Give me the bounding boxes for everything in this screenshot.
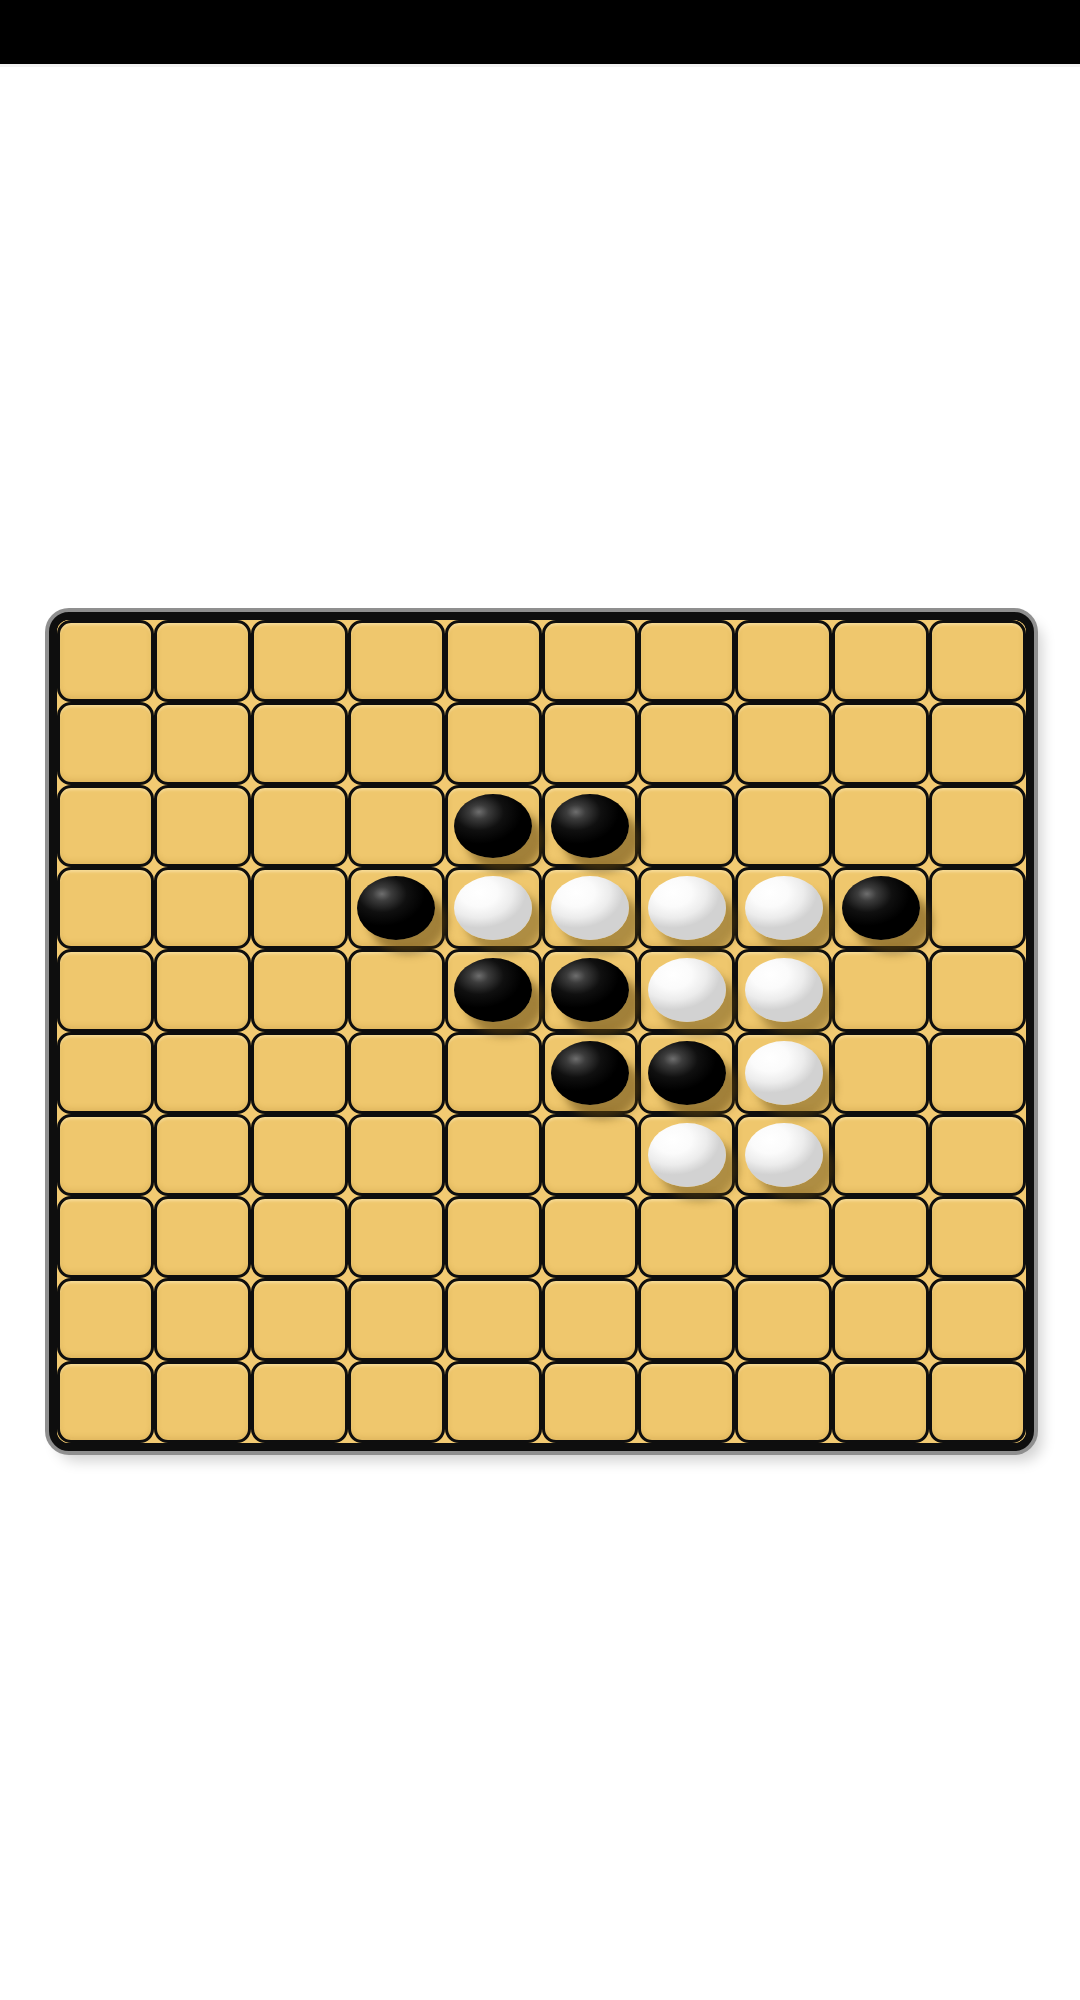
black-stone xyxy=(648,1041,726,1105)
board-cell[interactable] xyxy=(638,620,735,702)
black-stone xyxy=(454,794,532,858)
board-cell[interactable] xyxy=(445,1278,542,1360)
board-cell[interactable] xyxy=(154,620,251,702)
board-cell[interactable] xyxy=(251,1114,348,1196)
board-cell[interactable] xyxy=(57,949,154,1031)
board-cell[interactable] xyxy=(445,1196,542,1278)
board-cell[interactable] xyxy=(638,785,735,867)
board-cell[interactable] xyxy=(929,702,1026,784)
board-cell[interactable] xyxy=(348,1114,445,1196)
white-stone xyxy=(454,876,532,940)
board-cell[interactable] xyxy=(542,1114,639,1196)
board-cell[interactable] xyxy=(735,1278,832,1360)
board-cell[interactable] xyxy=(154,949,251,1031)
board-cell[interactable] xyxy=(57,867,154,949)
board-cell[interactable] xyxy=(445,949,542,1031)
board-cell[interactable] xyxy=(445,867,542,949)
board-cell[interactable] xyxy=(542,785,639,867)
board-cell[interactable] xyxy=(832,1361,929,1443)
board-cell[interactable] xyxy=(832,1196,929,1278)
board-cell[interactable] xyxy=(542,702,639,784)
game-board xyxy=(49,612,1034,1451)
white-stone xyxy=(648,876,726,940)
board-cell[interactable] xyxy=(832,1032,929,1114)
board-cell[interactable] xyxy=(251,867,348,949)
board-cell[interactable] xyxy=(832,1278,929,1360)
board-cell[interactable] xyxy=(251,785,348,867)
board-cell[interactable] xyxy=(348,785,445,867)
board-cell[interactable] xyxy=(638,949,735,1031)
board-cell[interactable] xyxy=(57,785,154,867)
board-cell[interactable] xyxy=(929,1361,1026,1443)
board-cell[interactable] xyxy=(832,620,929,702)
board-cell[interactable] xyxy=(251,702,348,784)
board-cell[interactable] xyxy=(542,1361,639,1443)
board-cell[interactable] xyxy=(57,1361,154,1443)
board-cell[interactable] xyxy=(638,1361,735,1443)
board-cell[interactable] xyxy=(348,620,445,702)
board-cell[interactable] xyxy=(832,785,929,867)
board-cell[interactable] xyxy=(348,1032,445,1114)
board-cell[interactable] xyxy=(445,702,542,784)
board-cell[interactable] xyxy=(445,1114,542,1196)
board-cell[interactable] xyxy=(735,867,832,949)
board-cell[interactable] xyxy=(929,867,1026,949)
white-stone xyxy=(648,1123,726,1187)
board-cell[interactable] xyxy=(445,1361,542,1443)
board-cell[interactable] xyxy=(154,867,251,949)
board-cell[interactable] xyxy=(832,1114,929,1196)
board-cell[interactable] xyxy=(57,1114,154,1196)
board-cell[interactable] xyxy=(542,867,639,949)
board-cell[interactable] xyxy=(638,1114,735,1196)
board-cell[interactable] xyxy=(929,1032,1026,1114)
black-stone xyxy=(357,876,435,940)
board-cell[interactable] xyxy=(154,1196,251,1278)
board-cell[interactable] xyxy=(154,1278,251,1360)
board-cell[interactable] xyxy=(638,1278,735,1360)
board-cell[interactable] xyxy=(154,1361,251,1443)
board-cell[interactable] xyxy=(251,620,348,702)
board-cell[interactable] xyxy=(251,1032,348,1114)
board-cell[interactable] xyxy=(929,620,1026,702)
black-stone xyxy=(551,794,629,858)
board-cell[interactable] xyxy=(154,702,251,784)
board-cell[interactable] xyxy=(542,620,639,702)
board-cell[interactable] xyxy=(929,1196,1026,1278)
white-stone xyxy=(745,1123,823,1187)
board-cell[interactable] xyxy=(832,702,929,784)
board-cell[interactable] xyxy=(154,1114,251,1196)
board-cell[interactable] xyxy=(638,1196,735,1278)
board-cell[interactable] xyxy=(154,785,251,867)
board-cell[interactable] xyxy=(348,702,445,784)
board-cell[interactable] xyxy=(251,949,348,1031)
board-grid xyxy=(57,620,1026,1443)
board-cell[interactable] xyxy=(57,1032,154,1114)
board-cell[interactable] xyxy=(251,1278,348,1360)
white-stone xyxy=(648,958,726,1022)
page-background: { "game": "reversi", "game_label": "Reve… xyxy=(0,0,1080,2000)
board-cell[interactable] xyxy=(832,949,929,1031)
board-cell[interactable] xyxy=(542,1196,639,1278)
board-cell[interactable] xyxy=(348,1278,445,1360)
white-stone xyxy=(745,876,823,940)
board-cell[interactable] xyxy=(251,1361,348,1443)
board-cell[interactable] xyxy=(57,1196,154,1278)
black-stone xyxy=(551,1041,629,1105)
board-cell[interactable] xyxy=(445,1032,542,1114)
board-cell[interactable] xyxy=(929,785,1026,867)
board-cell[interactable] xyxy=(735,1114,832,1196)
black-stone xyxy=(551,958,629,1022)
black-stone xyxy=(454,958,532,1022)
top-black-bar xyxy=(0,0,1080,67)
board-cell[interactable] xyxy=(735,949,832,1031)
board-cell[interactable] xyxy=(735,1032,832,1114)
board-cell[interactable] xyxy=(348,949,445,1031)
board-cell[interactable] xyxy=(735,620,832,702)
board-cell[interactable] xyxy=(929,1278,1026,1360)
board-cell[interactable] xyxy=(735,1361,832,1443)
black-stone xyxy=(842,876,920,940)
board-cell[interactable] xyxy=(638,1032,735,1114)
board-cell[interactable] xyxy=(57,620,154,702)
board-cell[interactable] xyxy=(929,949,1026,1031)
board-cell[interactable] xyxy=(638,867,735,949)
board-cell[interactable] xyxy=(735,785,832,867)
board-cell[interactable] xyxy=(735,1196,832,1278)
board-cell[interactable] xyxy=(735,702,832,784)
board-cell[interactable] xyxy=(542,949,639,1031)
board-cell[interactable] xyxy=(251,1196,348,1278)
board-cell[interactable] xyxy=(542,1278,639,1360)
white-stone xyxy=(745,958,823,1022)
board-cell[interactable] xyxy=(57,702,154,784)
white-stone xyxy=(745,1041,823,1105)
board-cell[interactable] xyxy=(929,1114,1026,1196)
board-cell[interactable] xyxy=(348,1361,445,1443)
board-cell[interactable] xyxy=(542,1032,639,1114)
board-cell[interactable] xyxy=(638,702,735,784)
white-stone xyxy=(551,876,629,940)
board-cell[interactable] xyxy=(154,1032,251,1114)
board-cell[interactable] xyxy=(832,867,929,949)
board-cell[interactable] xyxy=(348,1196,445,1278)
board-cell[interactable] xyxy=(57,1278,154,1360)
board-cell[interactable] xyxy=(445,620,542,702)
board-cell[interactable] xyxy=(445,785,542,867)
board-cell[interactable] xyxy=(348,867,445,949)
